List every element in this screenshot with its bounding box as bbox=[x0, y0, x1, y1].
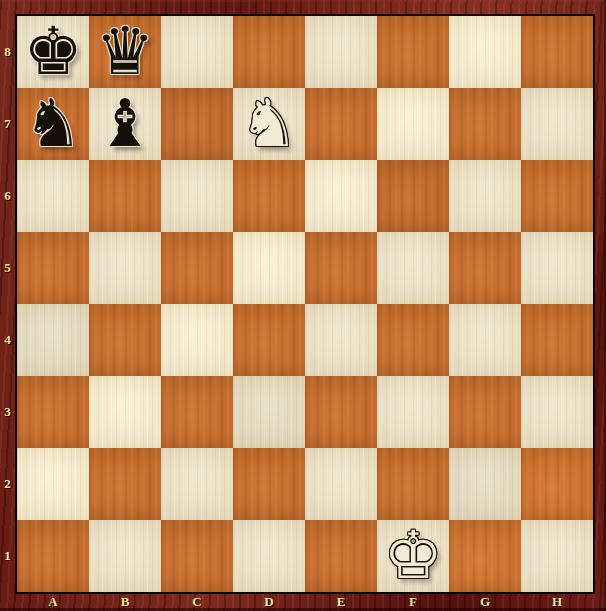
square-a6[interactable] bbox=[17, 160, 89, 232]
square-d4[interactable] bbox=[233, 304, 305, 376]
file-label-e: E bbox=[305, 593, 377, 611]
square-b3[interactable] bbox=[89, 376, 161, 448]
square-f3[interactable] bbox=[377, 376, 449, 448]
square-b8[interactable]: ♛ bbox=[89, 16, 161, 88]
square-h8[interactable] bbox=[521, 16, 593, 88]
square-c4[interactable] bbox=[161, 304, 233, 376]
square-h6[interactable] bbox=[521, 160, 593, 232]
file-label-b: B bbox=[89, 593, 161, 611]
square-f7[interactable] bbox=[377, 88, 449, 160]
square-e8[interactable] bbox=[305, 16, 377, 88]
square-g6[interactable] bbox=[449, 160, 521, 232]
square-g7[interactable] bbox=[449, 88, 521, 160]
square-d2[interactable] bbox=[233, 448, 305, 520]
square-b5[interactable] bbox=[89, 232, 161, 304]
square-c2[interactable] bbox=[161, 448, 233, 520]
square-c5[interactable] bbox=[161, 232, 233, 304]
square-e3[interactable] bbox=[305, 376, 377, 448]
piece-white-king[interactable]: ♚ bbox=[377, 520, 449, 592]
square-a4[interactable] bbox=[17, 304, 89, 376]
rank-label-7: 7 bbox=[0, 88, 15, 160]
square-e5[interactable] bbox=[305, 232, 377, 304]
square-g2[interactable] bbox=[449, 448, 521, 520]
square-g3[interactable] bbox=[449, 376, 521, 448]
rank-label-8: 8 bbox=[0, 16, 15, 88]
square-h3[interactable] bbox=[521, 376, 593, 448]
square-c6[interactable] bbox=[161, 160, 233, 232]
square-g1[interactable] bbox=[449, 520, 521, 592]
square-e6[interactable] bbox=[305, 160, 377, 232]
square-b2[interactable] bbox=[89, 448, 161, 520]
rank-label-2: 2 bbox=[0, 448, 15, 520]
square-c7[interactable] bbox=[161, 88, 233, 160]
square-d8[interactable] bbox=[233, 16, 305, 88]
square-g4[interactable] bbox=[449, 304, 521, 376]
file-label-f: F bbox=[377, 593, 449, 611]
piece-white-knight[interactable]: ♞ bbox=[233, 88, 305, 160]
piece-black-bishop[interactable]: ♝ bbox=[89, 88, 161, 160]
square-d6[interactable] bbox=[233, 160, 305, 232]
square-c8[interactable] bbox=[161, 16, 233, 88]
piece-black-knight[interactable]: ♞ bbox=[17, 88, 89, 160]
file-label-d: D bbox=[233, 593, 305, 611]
rank-label-3: 3 bbox=[0, 376, 15, 448]
rank-label-1: 1 bbox=[0, 520, 15, 592]
rank-label-6: 6 bbox=[0, 160, 15, 232]
square-a5[interactable] bbox=[17, 232, 89, 304]
file-label-c: C bbox=[161, 593, 233, 611]
square-h7[interactable] bbox=[521, 88, 593, 160]
rank-label-4: 4 bbox=[0, 304, 15, 376]
square-e7[interactable] bbox=[305, 88, 377, 160]
square-a1[interactable] bbox=[17, 520, 89, 592]
square-d1[interactable] bbox=[233, 520, 305, 592]
square-e2[interactable] bbox=[305, 448, 377, 520]
square-d3[interactable] bbox=[233, 376, 305, 448]
square-h2[interactable] bbox=[521, 448, 593, 520]
piece-black-queen[interactable]: ♛ bbox=[89, 16, 161, 88]
square-f8[interactable] bbox=[377, 16, 449, 88]
square-d7[interactable]: ♞ bbox=[233, 88, 305, 160]
file-label-g: G bbox=[449, 593, 521, 611]
square-a8[interactable]: ♚ bbox=[17, 16, 89, 88]
square-f5[interactable] bbox=[377, 232, 449, 304]
square-g8[interactable] bbox=[449, 16, 521, 88]
rank-label-5: 5 bbox=[0, 232, 15, 304]
square-b6[interactable] bbox=[89, 160, 161, 232]
piece-black-king[interactable]: ♚ bbox=[17, 16, 89, 88]
file-label-a: A bbox=[17, 593, 89, 611]
square-f2[interactable] bbox=[377, 448, 449, 520]
square-h1[interactable] bbox=[521, 520, 593, 592]
square-h4[interactable] bbox=[521, 304, 593, 376]
square-b1[interactable] bbox=[89, 520, 161, 592]
square-e4[interactable] bbox=[305, 304, 377, 376]
square-b4[interactable] bbox=[89, 304, 161, 376]
chessboard: ♚♛♞♝♞♚ bbox=[15, 14, 595, 594]
file-label-h: H bbox=[521, 593, 593, 611]
square-a2[interactable] bbox=[17, 448, 89, 520]
square-d5[interactable] bbox=[233, 232, 305, 304]
square-f6[interactable] bbox=[377, 160, 449, 232]
square-a3[interactable] bbox=[17, 376, 89, 448]
square-h5[interactable] bbox=[521, 232, 593, 304]
square-b7[interactable]: ♝ bbox=[89, 88, 161, 160]
square-g5[interactable] bbox=[449, 232, 521, 304]
square-c1[interactable] bbox=[161, 520, 233, 592]
square-a7[interactable]: ♞ bbox=[17, 88, 89, 160]
square-f4[interactable] bbox=[377, 304, 449, 376]
chessboard-frame: ♚♛♞♝♞♚ 87654321ABCDEFGH bbox=[0, 0, 606, 611]
square-c3[interactable] bbox=[161, 376, 233, 448]
square-e1[interactable] bbox=[305, 520, 377, 592]
square-f1[interactable]: ♚ bbox=[377, 520, 449, 592]
